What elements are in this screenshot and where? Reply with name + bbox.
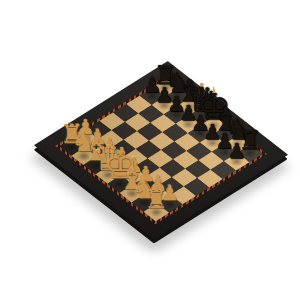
black-king-finial-icon [212,85,216,93]
chess-set-photo: ♜♞♝♛♚♝♞♜♟♟♟♟♟♟♟♟♟♟♟♟♟♟♟♟♜♞♝♛♚♝♞♜ [0,0,300,300]
white-rook-icon: ♜ [147,186,165,212]
black-pawn-icon: ♟ [228,141,246,162]
chess-board: ♜♞♝♛♚♝♞♜♟♟♟♟♟♟♟♟♟♟♟♟♟♟♟♟♜♞♝♛♚♝♞♜ [34,61,288,239]
